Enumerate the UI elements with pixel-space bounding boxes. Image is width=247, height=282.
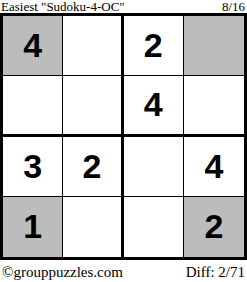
cell-r1c1: 4 <box>3 16 63 76</box>
cell-r3c4: 4 <box>184 137 244 197</box>
cell-r1c4[interactable] <box>184 16 244 76</box>
header: Easiest "Sudoku-4-OC" 8/16 <box>0 0 247 13</box>
cell-r3c1: 3 <box>3 137 63 197</box>
cell-r2c3: 4 <box>124 76 184 136</box>
sudoku-board: 42432412 <box>0 13 247 260</box>
cell-r4c2[interactable] <box>63 197 123 257</box>
cell-r2c2[interactable] <box>63 76 123 136</box>
cell-r4c4: 2 <box>184 197 244 257</box>
puzzle-page: Easiest "Sudoku-4-OC" 8/16 42432412 ©gro… <box>0 0 247 282</box>
cell-r3c3[interactable] <box>124 137 184 197</box>
cell-r2c1[interactable] <box>3 76 63 136</box>
cell-r4c1: 1 <box>3 197 63 257</box>
cell-r1c2[interactable] <box>63 16 123 76</box>
cell-r4c3[interactable] <box>124 197 184 257</box>
difficulty-text: Diff: 2/71 <box>186 264 245 281</box>
cell-r2c4[interactable] <box>184 76 244 136</box>
progress-count: 8/16 <box>222 0 245 13</box>
puzzle-title: Easiest "Sudoku-4-OC" <box>1 0 125 13</box>
copyright-text: ©grouppuzzles.com <box>2 264 123 281</box>
cell-r1c3: 2 <box>124 16 184 76</box>
footer: ©grouppuzzles.com Diff: 2/71 <box>0 260 247 282</box>
cell-r3c2: 2 <box>63 137 123 197</box>
